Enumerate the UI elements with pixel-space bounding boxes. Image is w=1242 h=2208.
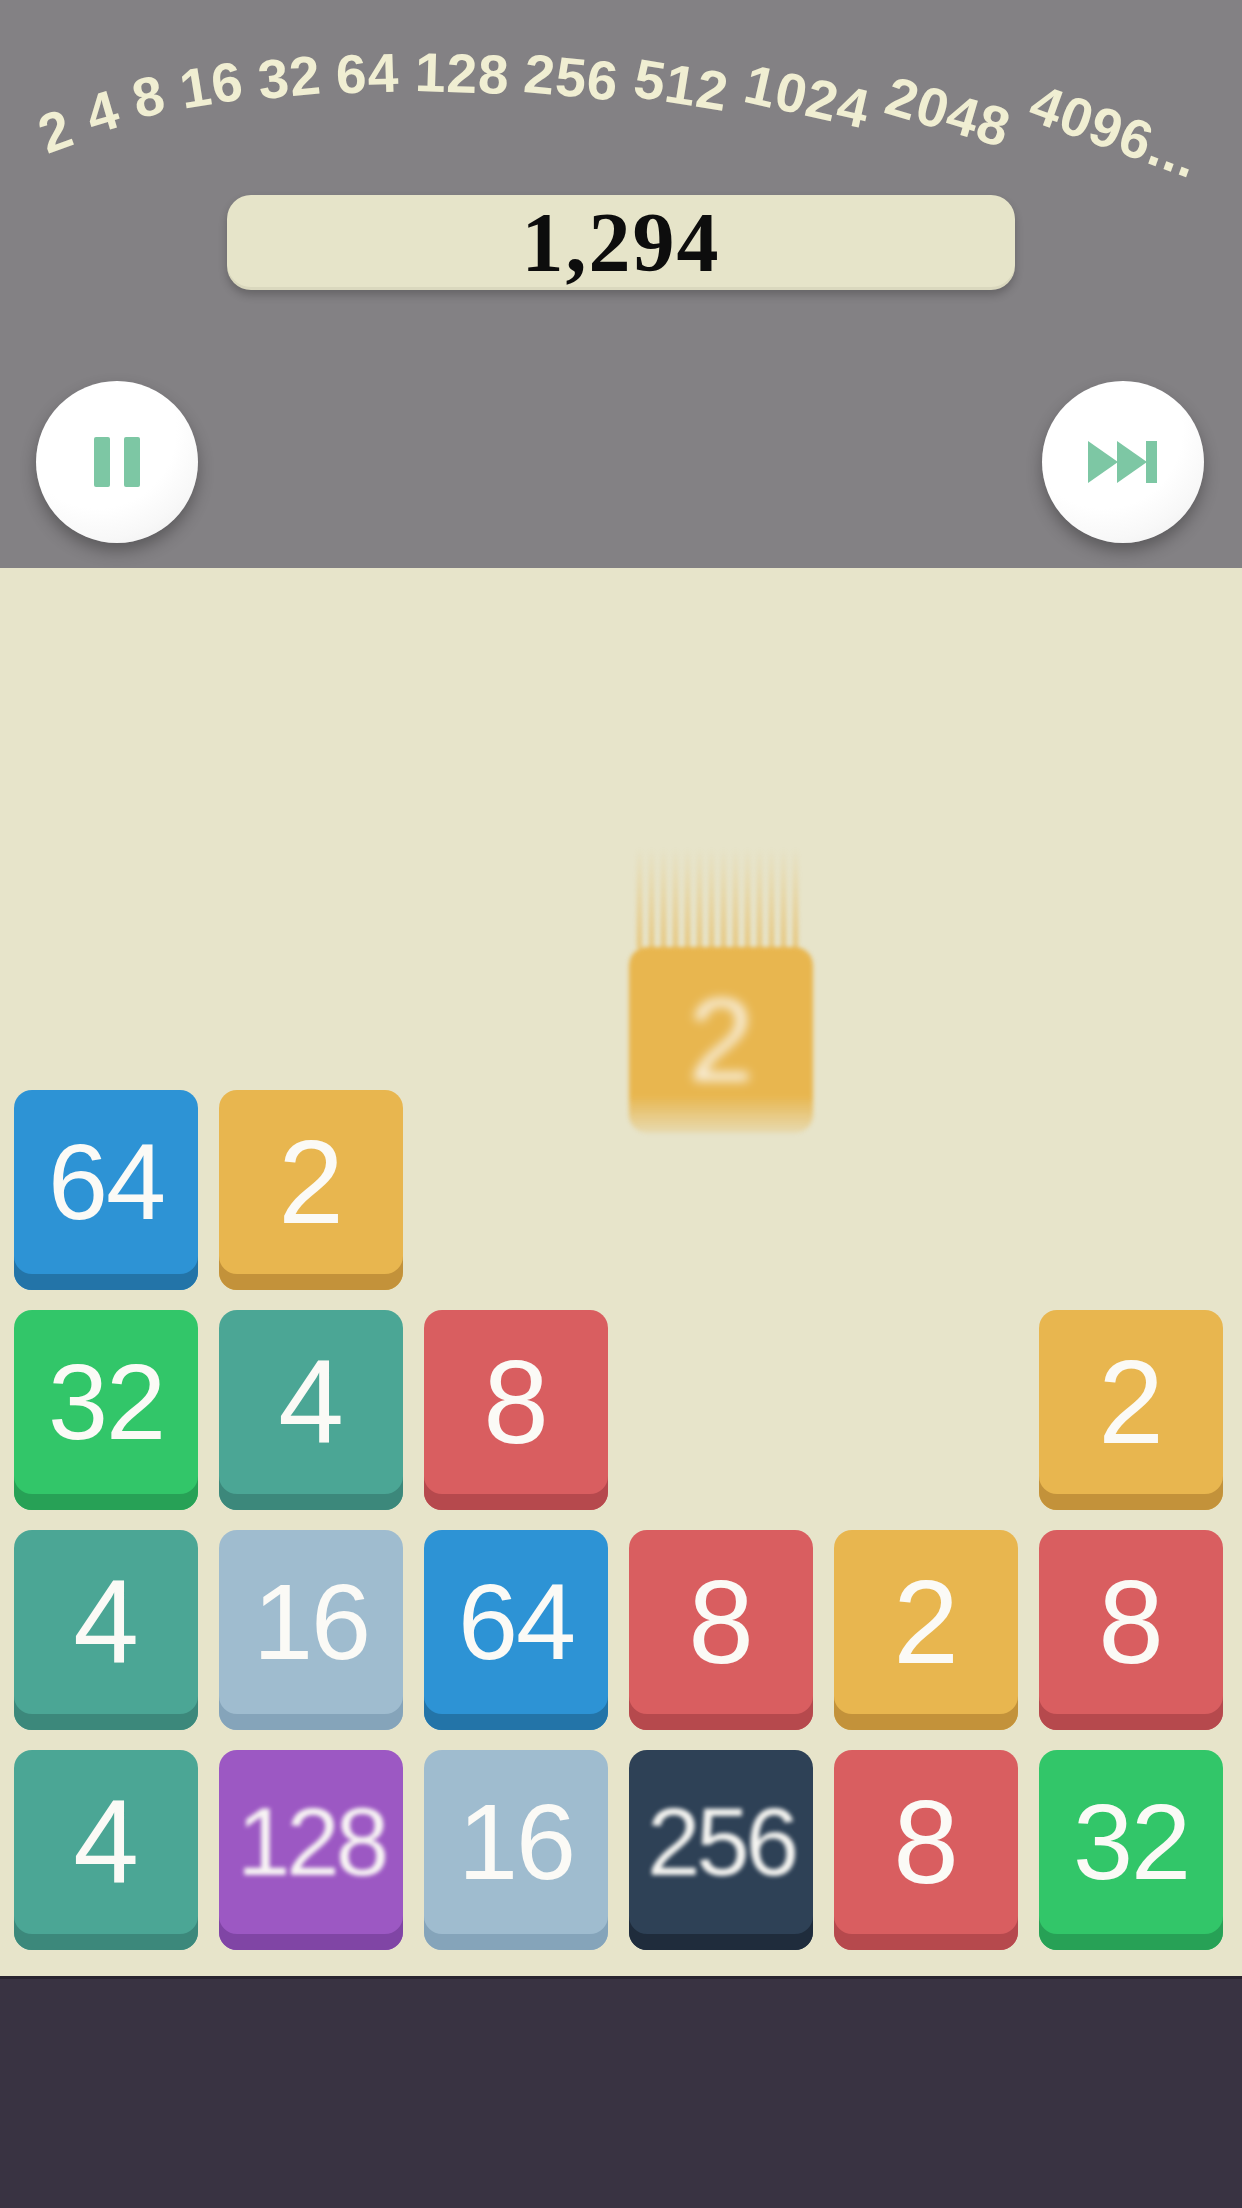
- sequence-token: 64: [336, 46, 401, 103]
- sequence-token: 2: [32, 100, 80, 162]
- sequence-token: 8: [128, 67, 171, 128]
- fast-forward-icon: [1088, 441, 1158, 483]
- sequence-token: 16: [176, 53, 247, 117]
- sequence-token: 32: [256, 47, 324, 108]
- sequence-token: 4: [80, 81, 126, 143]
- sequence-token: 128: [414, 45, 510, 103]
- skip-button[interactable]: [1042, 381, 1204, 543]
- sequence-token: 2048: [880, 68, 1017, 156]
- value-sequence-arc: 248163264128256512102420484096...: [0, 46, 1242, 101]
- game-screen: 248163264128256512102420484096... 1,294 …: [0, 0, 1242, 2208]
- score-value: 1,294: [522, 201, 721, 285]
- sequence-token: 1024: [739, 56, 874, 137]
- play-area[interactable]: [0, 568, 1242, 1976]
- score-box: 1,294: [227, 195, 1015, 290]
- sequence-token: 4096...: [1022, 76, 1205, 188]
- pause-button[interactable]: [36, 381, 198, 543]
- header: 248163264128256512102420484096... 1,294: [0, 0, 1242, 568]
- pause-icon: [94, 437, 140, 487]
- sequence-token: 512: [630, 51, 732, 120]
- footer-bar: [0, 1976, 1242, 2208]
- sequence-token: 256: [522, 46, 622, 110]
